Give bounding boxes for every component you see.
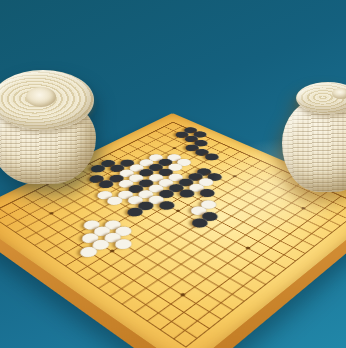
stone-black[interactable]: ● [197, 208, 226, 224]
stone-black[interactable]: ● [186, 214, 215, 231]
stone-white[interactable]: ● [99, 228, 129, 246]
star-point [109, 249, 115, 253]
star-point [48, 212, 54, 215]
star-point [301, 207, 307, 210]
right-stone-bowl [282, 82, 346, 194]
stone-white[interactable]: ● [88, 222, 118, 239]
star-point [245, 246, 251, 250]
star-point [175, 209, 181, 212]
left-bowl-lid-center [26, 87, 56, 107]
stone-white[interactable]: ● [78, 216, 107, 233]
stone-white[interactable]: ● [74, 242, 105, 261]
star-point [172, 147, 177, 149]
stone-white[interactable]: ● [76, 229, 106, 247]
stone-white[interactable]: ● [87, 235, 117, 253]
star-point [232, 175, 237, 178]
stone-white[interactable]: ● [109, 235, 139, 253]
star-point [180, 293, 187, 297]
stone-white[interactable]: ● [110, 222, 139, 239]
left-stone-bowl [0, 70, 100, 186]
stone-white[interactable]: ● [100, 216, 129, 233]
photo-scene: ●●●●●●●●●●●●●●●●●●●●●●●●●●●●●●●●●●●●●●●●… [0, 0, 346, 348]
right-bowl-lid-center [332, 88, 346, 99]
